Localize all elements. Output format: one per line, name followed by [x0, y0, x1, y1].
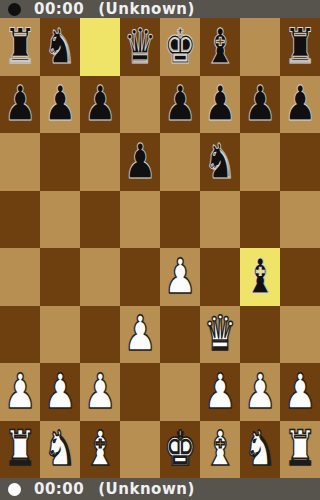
- chess-app-window: 00:00 (Unknown) ♜♞♛♚♝♜♟♟♟♟♟♟♟♟♞♟♝♟♛♟♟♟♟♟…: [0, 0, 320, 500]
- white-knight: ♞: [244, 424, 277, 472]
- black-player-name: (Unknown): [98, 0, 195, 18]
- square-e6[interactable]: [160, 133, 200, 191]
- black-knight: ♞: [204, 137, 237, 185]
- square-e3[interactable]: [160, 306, 200, 364]
- square-h2[interactable]: ♟: [280, 363, 320, 421]
- board: ♜♞♛♚♝♜♟♟♟♟♟♟♟♟♞♟♝♟♛♟♟♟♟♟♟♜♞♝♚♝♞♜: [0, 18, 320, 478]
- square-a8[interactable]: ♜: [0, 18, 40, 76]
- square-c2[interactable]: ♟: [80, 363, 120, 421]
- white-clock: 00:00: [34, 480, 84, 498]
- square-g3[interactable]: [240, 306, 280, 364]
- square-g4[interactable]: ♝: [240, 248, 280, 306]
- black-pawn: ♟: [244, 79, 277, 127]
- white-pawn: ♟: [164, 252, 197, 300]
- white-pawn: ♟: [44, 367, 77, 415]
- square-a1[interactable]: ♜: [0, 421, 40, 479]
- square-h8[interactable]: ♜: [280, 18, 320, 76]
- white-player-clock-bar: 00:00 (Unknown): [0, 478, 320, 500]
- square-e1[interactable]: ♚: [160, 421, 200, 479]
- black-king: ♚: [164, 22, 197, 70]
- black-pawn: ♟: [164, 79, 197, 127]
- square-d1[interactable]: [120, 421, 160, 479]
- black-rook: ♜: [4, 22, 37, 70]
- black-player-clock-bar: 00:00 (Unknown): [0, 0, 320, 18]
- square-g6[interactable]: [240, 133, 280, 191]
- square-e5[interactable]: [160, 191, 200, 249]
- white-rook: ♜: [284, 424, 317, 472]
- square-h4[interactable]: [280, 248, 320, 306]
- square-h1[interactable]: ♜: [280, 421, 320, 479]
- white-pawn: ♟: [4, 367, 37, 415]
- black-knight: ♞: [44, 22, 77, 70]
- square-h7[interactable]: ♟: [280, 76, 320, 134]
- white-pawn: ♟: [284, 367, 317, 415]
- white-pawn: ♟: [124, 309, 157, 357]
- square-a4[interactable]: [0, 248, 40, 306]
- square-f4[interactable]: [200, 248, 240, 306]
- square-d7[interactable]: [120, 76, 160, 134]
- black-pawn: ♟: [284, 79, 317, 127]
- square-f1[interactable]: ♝: [200, 421, 240, 479]
- square-d5[interactable]: [120, 191, 160, 249]
- white-pawn: ♟: [84, 367, 117, 415]
- black-bishop: ♝: [244, 252, 277, 300]
- square-b1[interactable]: ♞: [40, 421, 80, 479]
- black-pawn: ♟: [4, 79, 37, 127]
- square-h5[interactable]: [280, 191, 320, 249]
- white-circle-icon: [8, 483, 21, 496]
- square-g5[interactable]: [240, 191, 280, 249]
- square-h3[interactable]: [280, 306, 320, 364]
- white-bishop: ♝: [204, 424, 237, 472]
- white-bishop: ♝: [84, 424, 117, 472]
- black-bishop: ♝: [204, 22, 237, 70]
- black-circle-icon: [8, 3, 21, 16]
- square-b3[interactable]: [40, 306, 80, 364]
- black-queen: ♛: [124, 22, 157, 70]
- white-king: ♚: [164, 424, 197, 472]
- white-pawn: ♟: [204, 367, 237, 415]
- square-e4[interactable]: ♟: [160, 248, 200, 306]
- square-h6[interactable]: [280, 133, 320, 191]
- square-f3[interactable]: ♛: [200, 306, 240, 364]
- square-d2[interactable]: [120, 363, 160, 421]
- square-d8[interactable]: ♛: [120, 18, 160, 76]
- square-c5[interactable]: [80, 191, 120, 249]
- black-clock: 00:00: [34, 0, 84, 18]
- square-g2[interactable]: ♟: [240, 363, 280, 421]
- square-c8[interactable]: [80, 18, 120, 76]
- square-f7[interactable]: ♟: [200, 76, 240, 134]
- square-c4[interactable]: [80, 248, 120, 306]
- square-c6[interactable]: [80, 133, 120, 191]
- square-b7[interactable]: ♟: [40, 76, 80, 134]
- square-e7[interactable]: ♟: [160, 76, 200, 134]
- white-queen: ♛: [204, 309, 237, 357]
- square-f8[interactable]: ♝: [200, 18, 240, 76]
- black-pawn: ♟: [84, 79, 117, 127]
- square-f5[interactable]: [200, 191, 240, 249]
- square-e8[interactable]: ♚: [160, 18, 200, 76]
- square-c3[interactable]: [80, 306, 120, 364]
- square-e2[interactable]: [160, 363, 200, 421]
- white-pawn: ♟: [244, 367, 277, 415]
- square-b5[interactable]: [40, 191, 80, 249]
- square-b2[interactable]: ♟: [40, 363, 80, 421]
- square-a5[interactable]: [0, 191, 40, 249]
- white-player-name: (Unknown): [98, 480, 195, 498]
- white-rook: ♜: [4, 424, 37, 472]
- square-a6[interactable]: [0, 133, 40, 191]
- square-d4[interactable]: [120, 248, 160, 306]
- square-c7[interactable]: ♟: [80, 76, 120, 134]
- black-pawn: ♟: [124, 137, 157, 185]
- black-pawn: ♟: [44, 79, 77, 127]
- black-pawn: ♟: [204, 79, 237, 127]
- square-f2[interactable]: ♟: [200, 363, 240, 421]
- square-d3[interactable]: ♟: [120, 306, 160, 364]
- square-a3[interactable]: [0, 306, 40, 364]
- square-f6[interactable]: ♞: [200, 133, 240, 191]
- square-a7[interactable]: ♟: [0, 76, 40, 134]
- square-a2[interactable]: ♟: [0, 363, 40, 421]
- square-g8[interactable]: [240, 18, 280, 76]
- black-rook: ♜: [284, 22, 317, 70]
- white-knight: ♞: [44, 424, 77, 472]
- square-c1[interactable]: ♝: [80, 421, 120, 479]
- square-g7[interactable]: ♟: [240, 76, 280, 134]
- square-b6[interactable]: [40, 133, 80, 191]
- square-d6[interactable]: ♟: [120, 133, 160, 191]
- square-b8[interactable]: ♞: [40, 18, 80, 76]
- square-b4[interactable]: [40, 248, 80, 306]
- square-g1[interactable]: ♞: [240, 421, 280, 479]
